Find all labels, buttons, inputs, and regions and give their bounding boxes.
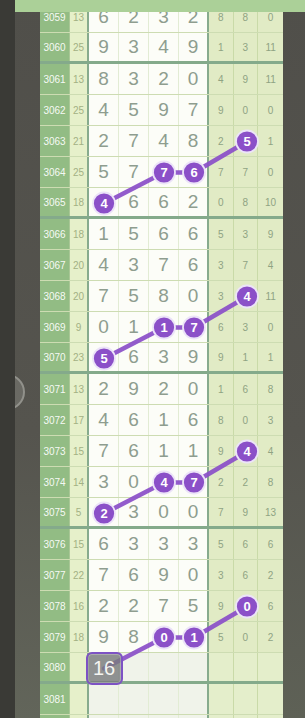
digit-cell-3[interactable]: 0 <box>149 622 179 652</box>
table-row: 3071 13 2 9 2 0 1 6 8 <box>40 374 283 405</box>
stat-cell-2: 7 <box>234 250 259 280</box>
period-cell: 3079 <box>40 622 70 652</box>
digit-cell-1[interactable]: 9 <box>89 622 119 652</box>
digit-cell-2[interactable]: 1 <box>119 312 149 342</box>
sum-cell: 20 <box>70 250 89 280</box>
digit-cell-3[interactable]: 4 <box>149 467 179 497</box>
digit-cell-1[interactable]: 2 <box>89 591 119 621</box>
digit-cell-2[interactable]: 6 <box>119 343 149 371</box>
stat-cell-2: 9 <box>234 498 259 526</box>
sum-cell: 25 <box>70 33 89 61</box>
digit-cell-1[interactable]: 4 <box>89 188 119 216</box>
digit-cell-4[interactable]: 2 <box>179 188 209 216</box>
table-row: 3077 22 7 6 9 0 3 6 2 <box>40 560 283 591</box>
table-row: 3064 25 5 7 7 6 7 7 0 <box>40 157 283 188</box>
table-row: 3080 <box>40 653 283 684</box>
digit-cell-1[interactable]: 4 <box>89 250 119 280</box>
digit-cell-3[interactable] <box>149 653 179 681</box>
sum-cell: 25 <box>70 157 89 187</box>
stat-cell-3: 1 <box>258 343 283 371</box>
stat-cell-2: 0 <box>234 591 259 621</box>
stat-cell-2: 1 <box>234 343 259 371</box>
period-cell: 3070 <box>40 343 70 371</box>
digit-cell-1[interactable]: 3 <box>89 467 119 497</box>
digit-cell-1[interactable]: 9 <box>89 33 119 61</box>
period-cell: 3063 <box>40 126 70 156</box>
digit-cell-3[interactable]: 1 <box>149 312 179 342</box>
digit-cell-2[interactable]: 8 <box>119 622 149 652</box>
digit-cell-2[interactable]: 6 <box>119 560 149 590</box>
stat-cell-3: 10 <box>258 188 283 216</box>
stat-cell-2: 2 <box>234 467 259 497</box>
digit-cell-2[interactable]: 6 <box>119 405 149 435</box>
stat-cell-2: 3 <box>234 219 259 249</box>
table-row: 3066 18 1 5 6 6 5 3 9 <box>40 219 283 250</box>
digit-cell-3[interactable]: 2 <box>149 374 179 404</box>
stat-cell-2: 6 <box>234 529 259 559</box>
digit-cell-2[interactable]: 9 <box>119 374 149 404</box>
stat-cell-3: 11 <box>258 33 283 61</box>
digit-cell-4[interactable]: 0 <box>179 560 209 590</box>
table-row: 3069 9 0 1 1 7 6 3 0 <box>40 312 283 343</box>
digit-cell-4[interactable]: 1 <box>179 436 209 466</box>
sum-cell: 5 <box>70 498 89 526</box>
stat-cell-1: 8 <box>209 405 234 435</box>
period-cell: 3066 <box>40 219 70 249</box>
digit-cell-4[interactable]: 6 <box>179 219 209 249</box>
digit-cell-1[interactable]: 2 <box>89 498 119 526</box>
table-row: 3072 17 4 6 1 6 8 0 3 <box>40 405 283 436</box>
digit-cell-4[interactable]: 0 <box>179 374 209 404</box>
digit-cell-3[interactable]: 4 <box>149 126 179 156</box>
stat-cell-1: 3 <box>209 281 234 311</box>
table-row: 3073 15 7 6 1 1 9 4 4 <box>40 436 283 467</box>
sum-cell: 18 <box>70 219 89 249</box>
period-cell: 3067 <box>40 250 70 280</box>
digit-cell-1[interactable]: 7 <box>89 560 119 590</box>
period-cell: 3078 <box>40 591 70 621</box>
digit-cell-4[interactable]: 6 <box>179 405 209 435</box>
digit-cell-4[interactable]: 7 <box>179 467 209 497</box>
digit-cell-1[interactable] <box>89 684 119 714</box>
table-row: 3067 20 4 3 7 6 3 7 4 <box>40 250 283 281</box>
sum-cell: 18 <box>70 622 89 652</box>
stat-cell-3: 4 <box>258 250 283 280</box>
period-cell: 3065 <box>40 188 70 216</box>
period-cell: 3069 <box>40 312 70 342</box>
stat-cell-1: 7 <box>209 157 234 187</box>
digit-cell-1[interactable]: 2 <box>89 126 119 156</box>
table-row: 3062 25 4 5 9 7 9 0 0 <box>40 95 283 126</box>
digit-cell-4[interactable]: 9 <box>179 33 209 61</box>
digit-cell-1[interactable]: 7 <box>89 436 119 466</box>
stat-cell-2: 6 <box>234 560 259 590</box>
digit-cell-1[interactable]: 4 <box>89 95 119 125</box>
digit-cell-3[interactable]: 0 <box>149 498 179 526</box>
digit-cell-1[interactable]: 0 <box>89 312 119 342</box>
top-green-strip <box>15 0 305 12</box>
stat-cell-1: 1 <box>209 33 234 61</box>
stat-cell-1: 7 <box>209 498 234 526</box>
stat-cell-3 <box>258 653 283 681</box>
stat-cell-3: 8 <box>258 467 283 497</box>
table-row: 3078 16 2 2 7 5 9 0 6 <box>40 591 283 622</box>
stat-cell-2: 4 <box>234 436 259 466</box>
digit-cell-2[interactable]: 5 <box>119 219 149 249</box>
stat-cell-1: 5 <box>209 529 234 559</box>
digit-cell-2[interactable]: 2 <box>119 591 149 621</box>
table-row: 3079 18 9 8 0 1 5 0 2 <box>40 622 283 653</box>
sum-cell: 14 <box>70 467 89 497</box>
stat-cell-1: 0 <box>209 188 234 216</box>
stat-cell-2: 0 <box>234 95 259 125</box>
stat-cell-3: 0 <box>258 312 283 342</box>
digit-cell-4[interactable]: 3 <box>179 529 209 559</box>
trend-table[interactable]: 3059 13 6 2 3 2 8 8 0 3060 25 9 3 4 9 1 … <box>40 2 283 718</box>
digit-cell-2[interactable] <box>119 653 149 681</box>
sum-cell: 9 <box>70 312 89 342</box>
stat-cell-1: 3 <box>209 560 234 590</box>
stat-cell-1: 9 <box>209 95 234 125</box>
period-cell: 3072 <box>40 405 70 435</box>
stat-cell-1: 9 <box>209 343 234 371</box>
period-cell: 3060 <box>40 33 70 61</box>
stat-cell-3 <box>258 684 283 714</box>
stat-cell-2: 0 <box>234 622 259 652</box>
table-row: 3061 13 8 3 2 0 4 9 11 <box>40 64 283 95</box>
digit-cell-3[interactable]: 7 <box>149 157 179 187</box>
digit-cell-3[interactable]: 4 <box>149 33 179 61</box>
stat-cell-3: 0 <box>258 95 283 125</box>
sum-cell: 21 <box>70 126 89 156</box>
digit-cell-3[interactable]: 3 <box>149 343 179 371</box>
period-cell: 3071 <box>40 374 70 404</box>
stat-cell-3: 6 <box>258 529 283 559</box>
lottery-trend-chart-screen: 3059 13 6 2 3 2 8 8 0 3060 25 9 3 4 9 1 … <box>15 0 305 718</box>
stat-cell-1 <box>209 653 234 681</box>
table-row: 3065 18 4 6 6 2 0 8 10 <box>40 188 283 219</box>
stat-cell-3: 0 <box>258 157 283 187</box>
period-cell: 3068 <box>40 281 70 311</box>
digit-cell-2[interactable]: 7 <box>119 157 149 187</box>
digit-cell-4[interactable]: 1 <box>179 622 209 652</box>
digit-cell-1[interactable]: 1 <box>89 219 119 249</box>
period-cell: 3081 <box>40 684 70 714</box>
table-row: 3075 5 2 3 0 0 7 9 13 <box>40 498 283 529</box>
digit-cell-4[interactable] <box>179 684 209 714</box>
table-row: 3081 <box>40 684 283 715</box>
stat-cell-3: 4 <box>258 436 283 466</box>
stat-cell-3: 1 <box>258 126 283 156</box>
sum-cell: 22 <box>70 560 89 590</box>
stat-cell-2: 3 <box>234 312 259 342</box>
digit-cell-1[interactable]: 4 <box>89 405 119 435</box>
digit-cell-4[interactable]: 0 <box>179 498 209 526</box>
stat-cell-1: 5 <box>209 219 234 249</box>
stat-cell-2: 9 <box>234 64 259 94</box>
table-row: 3076 15 6 3 3 3 5 6 6 <box>40 529 283 560</box>
sum-cell: 16 <box>70 591 89 621</box>
digit-cell-4[interactable]: 6 <box>179 157 209 187</box>
digit-cell-2[interactable]: 3 <box>119 64 149 94</box>
digit-cell-3[interactable]: 9 <box>149 95 179 125</box>
sum-cell: 25 <box>70 95 89 125</box>
digit-cell-3[interactable]: 6 <box>149 188 179 216</box>
stat-cell-1: 3 <box>209 250 234 280</box>
digit-cell-2[interactable] <box>119 684 149 714</box>
period-cell: 3077 <box>40 560 70 590</box>
digit-cell-2[interactable]: 3 <box>119 498 149 526</box>
stat-cell-1: 1 <box>209 374 234 404</box>
sum-cell: 15 <box>70 436 89 466</box>
digit-cell-3[interactable]: 6 <box>149 219 179 249</box>
left-dark-band <box>15 0 40 718</box>
digit-cell-4[interactable]: 0 <box>179 281 209 311</box>
digit-cell-2[interactable]: 5 <box>119 95 149 125</box>
digit-cell-4[interactable]: 8 <box>179 126 209 156</box>
sum-cell: 17 <box>70 405 89 435</box>
digit-cell-2[interactable]: 7 <box>119 126 149 156</box>
sum-cell: 23 <box>70 343 89 371</box>
digit-cell-3[interactable]: 3 <box>149 529 179 559</box>
stat-cell-1: 4 <box>209 64 234 94</box>
digit-cell-3[interactable]: 1 <box>149 405 179 435</box>
stat-cell-2: 8 <box>234 188 259 216</box>
stat-cell-3: 2 <box>258 560 283 590</box>
digit-cell-3[interactable]: 2 <box>149 64 179 94</box>
stat-cell-2 <box>234 653 259 681</box>
stat-cell-2: 5 <box>234 126 259 156</box>
stat-cell-1: 5 <box>209 622 234 652</box>
period-cell: 3074 <box>40 467 70 497</box>
period-cell: 3076 <box>40 529 70 559</box>
stat-cell-2: 3 <box>234 33 259 61</box>
period-cell: 3062 <box>40 95 70 125</box>
stat-cell-3: 11 <box>258 64 283 94</box>
table-row: 3074 14 3 0 4 7 2 2 8 <box>40 467 283 498</box>
stat-cell-2 <box>234 684 259 714</box>
period-cell: 3064 <box>40 157 70 187</box>
stat-cell-3: 3 <box>258 405 283 435</box>
stat-cell-3: 9 <box>258 219 283 249</box>
stat-cell-3: 13 <box>258 498 283 526</box>
table-row: 3060 25 9 3 4 9 1 3 11 <box>40 33 283 64</box>
stat-cell-1 <box>209 684 234 714</box>
stat-cell-3: 6 <box>258 591 283 621</box>
table-row: 3070 23 5 6 3 9 9 1 1 <box>40 343 283 374</box>
digit-cell-2[interactable]: 3 <box>119 529 149 559</box>
period-cell: 3061 <box>40 64 70 94</box>
digit-cell-3[interactable]: 7 <box>149 591 179 621</box>
sum-cell: 20 <box>70 281 89 311</box>
stat-cell-1: 9 <box>209 436 234 466</box>
digit-cell-2[interactable]: 3 <box>119 250 149 280</box>
table-row: 3068 20 7 5 8 0 3 4 11 <box>40 281 283 312</box>
sum-cell: 18 <box>70 188 89 216</box>
digit-cell-2[interactable]: 0 <box>119 467 149 497</box>
digit-cell-1[interactable]: 2 <box>89 374 119 404</box>
digit-cell-4[interactable]: 6 <box>179 250 209 280</box>
stat-cell-1: 2 <box>209 467 234 497</box>
period-cell: 3073 <box>40 436 70 466</box>
stat-cell-2: 0 <box>234 405 259 435</box>
period-cell: 3080 <box>40 653 70 681</box>
sum-cell: 15 <box>70 529 89 559</box>
stat-cell-3: 11 <box>258 281 283 311</box>
digit-cell-3[interactable]: 7 <box>149 250 179 280</box>
sum-cell: 13 <box>70 374 89 404</box>
digit-cell-2[interactable]: 5 <box>119 281 149 311</box>
digit-cell-1[interactable]: 5 <box>89 343 119 371</box>
digit-cell-1[interactable]: 7 <box>89 281 119 311</box>
digit-cell-2[interactable]: 3 <box>119 33 149 61</box>
digit-cell-3[interactable] <box>149 684 179 714</box>
digit-cell-3[interactable]: 1 <box>149 436 179 466</box>
digit-cell-3[interactable]: 9 <box>149 560 179 590</box>
digit-cell-4[interactable]: 9 <box>179 343 209 371</box>
stat-cell-1: 9 <box>209 591 234 621</box>
stat-cell-1: 2 <box>209 126 234 156</box>
digit-cell-2[interactable]: 6 <box>119 436 149 466</box>
sum-cell <box>70 684 89 714</box>
stat-cell-1: 6 <box>209 312 234 342</box>
stat-cell-2: 4 <box>234 281 259 311</box>
stat-cell-2: 7 <box>234 157 259 187</box>
digit-cell-2[interactable]: 6 <box>119 188 149 216</box>
digit-cell-1[interactable]: 6 <box>89 529 119 559</box>
digit-cell-1[interactable]: 5 <box>89 157 119 187</box>
digit-cell-4[interactable]: 7 <box>179 95 209 125</box>
stat-cell-3: 8 <box>258 374 283 404</box>
stat-cell-2: 6 <box>234 374 259 404</box>
right-dark-band <box>283 0 305 718</box>
digit-cell-4[interactable]: 5 <box>179 591 209 621</box>
selected-value-input[interactable]: 16 <box>86 652 123 685</box>
digit-cell-3[interactable]: 8 <box>149 281 179 311</box>
period-cell: 3075 <box>40 498 70 526</box>
digit-cell-4[interactable]: 7 <box>179 312 209 342</box>
stat-cell-3: 2 <box>258 622 283 652</box>
sum-cell: 13 <box>70 64 89 94</box>
digit-cell-1[interactable]: 8 <box>89 64 119 94</box>
table-row: 3063 21 2 7 4 8 2 5 1 <box>40 126 283 157</box>
digit-cell-4[interactable]: 0 <box>179 64 209 94</box>
digit-cell-4[interactable] <box>179 653 209 681</box>
